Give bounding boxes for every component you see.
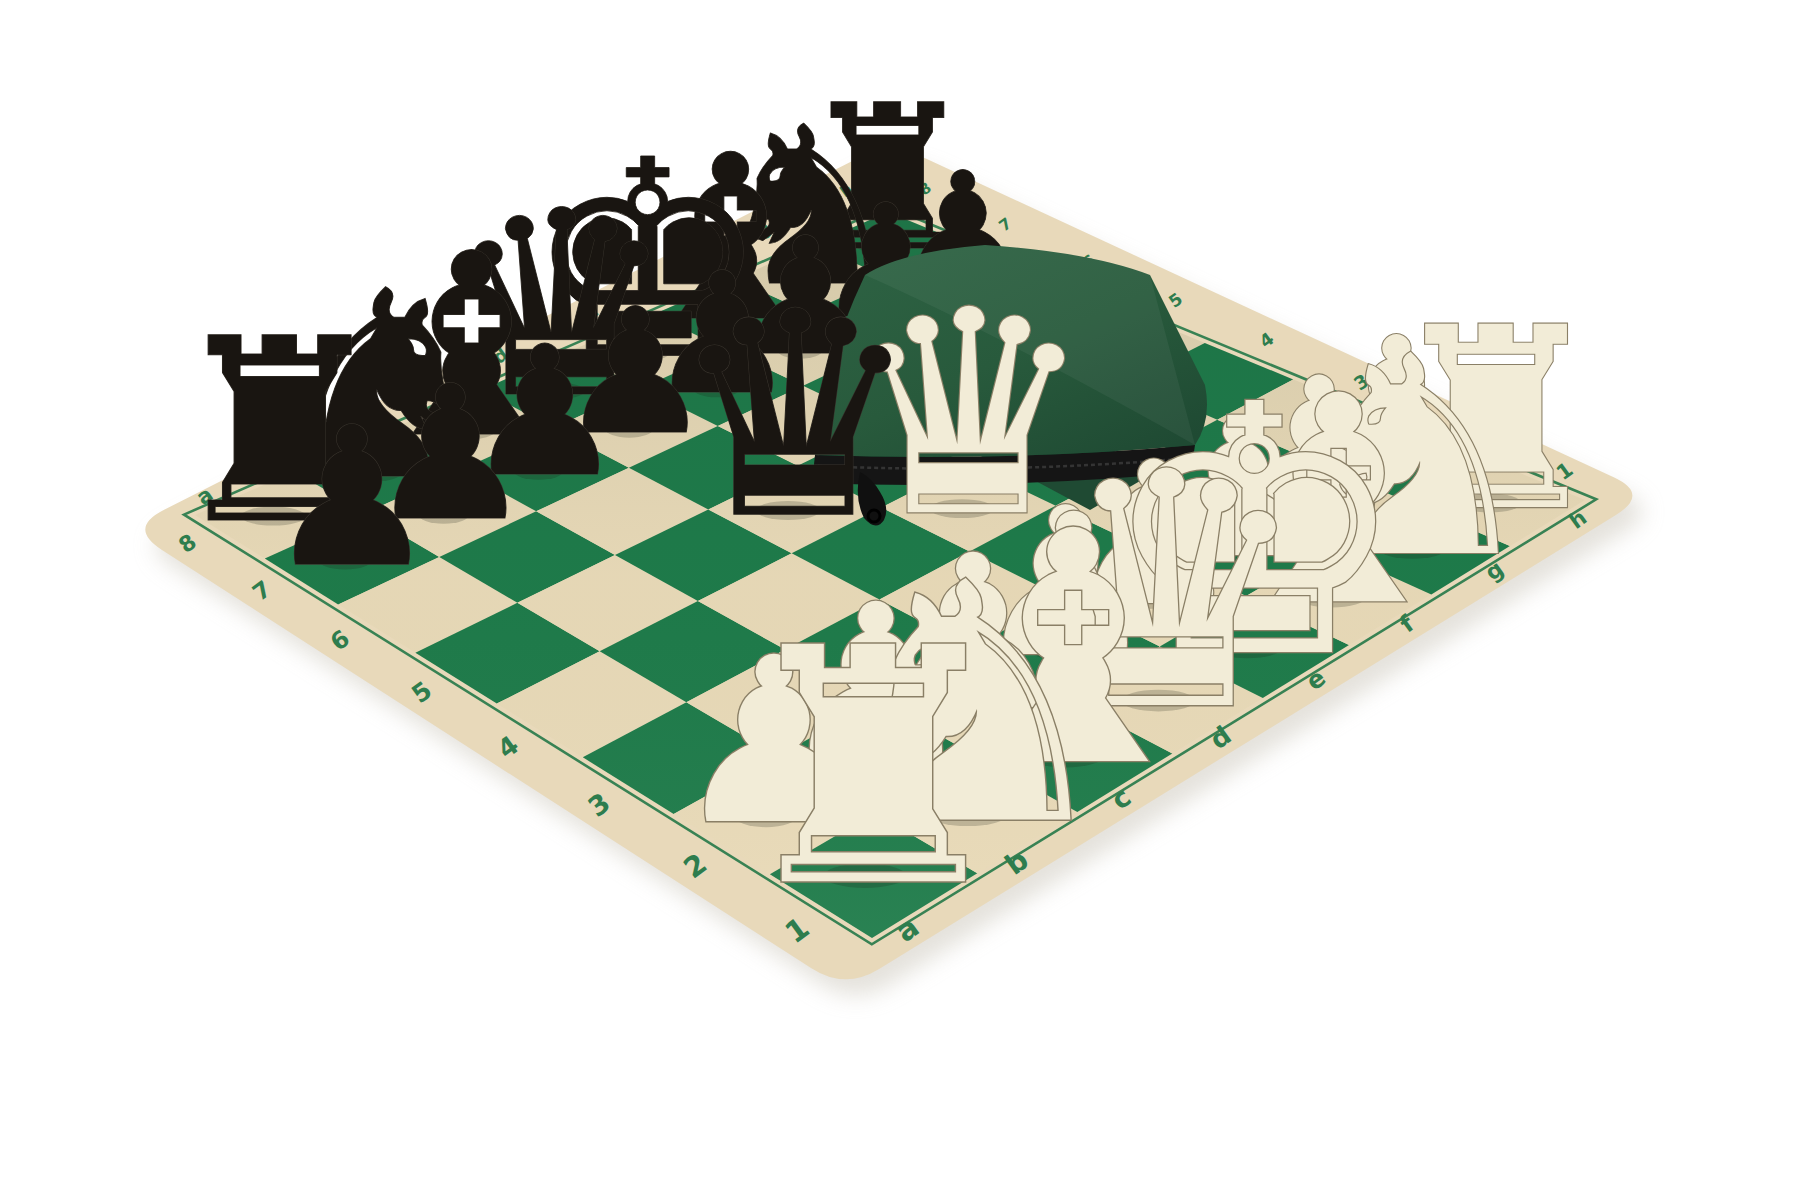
pieces-and-pouch-layer: ♜♟♞♟♝♟♚♟♛♟♝♟♟♞♜♟♛♛♟♜♞♟♟♝♟♚♟♛♟♝♟♞♟♜: [166, 62, 1609, 958]
piece-black-pawn-a7: ♟: [266, 386, 438, 609]
piece-glyph-rook: ♜: [728, 579, 1020, 958]
chess-set-rendering: 8765432187654321abcdefghabcdefgh♜♟♞♟♝♟♚♟…: [0, 0, 1807, 1200]
piece-glyph-pawn: ♟: [266, 386, 438, 609]
product-photo: 8765432187654321abcdefghabcdefgh♜♟♞♟♝♟♚♟…: [0, 0, 1807, 1200]
piece-white-rook-a1: ♜: [728, 579, 1020, 958]
